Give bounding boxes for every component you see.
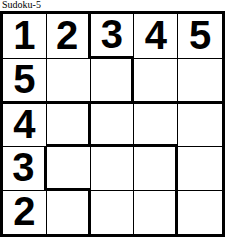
cell-r3c2[interactable]	[47, 104, 91, 147]
cell-r3c5[interactable]	[178, 104, 222, 147]
cell-r4c5[interactable]	[178, 147, 222, 190]
cell-r1c5: 5	[178, 14, 222, 59]
cell-r3c4[interactable]	[134, 104, 178, 147]
cell-r5c4[interactable]	[134, 191, 178, 234]
sudoku-board: 123455432	[0, 11, 225, 237]
cell-r2c4[interactable]	[134, 59, 178, 104]
cell-r1c4: 4	[134, 14, 178, 59]
cell-r4c3[interactable]	[91, 147, 135, 190]
puzzle-title: Sudoku-5	[2, 0, 41, 10]
cell-r5c3[interactable]	[91, 191, 135, 234]
cell-r3c1: 4	[3, 104, 47, 147]
cell-r1c2: 2	[47, 14, 91, 59]
cell-r2c5[interactable]	[178, 59, 222, 104]
cell-r2c3[interactable]	[91, 59, 135, 104]
cell-r4c2[interactable]	[47, 147, 91, 190]
cell-r5c2[interactable]	[47, 191, 91, 234]
cell-r5c5[interactable]	[178, 191, 222, 234]
cell-r5c1: 2	[3, 191, 47, 234]
puzzle-page: Sudoku-5 123455432	[0, 0, 225, 237]
cell-r4c4[interactable]	[134, 147, 178, 190]
cell-r2c1: 5	[3, 59, 47, 104]
cell-r4c1: 3	[3, 147, 47, 190]
cell-r3c3[interactable]	[91, 104, 135, 147]
cell-r2c2[interactable]	[47, 59, 91, 104]
cell-r1c1: 1	[3, 14, 47, 59]
cell-r1c3: 3	[91, 14, 135, 59]
